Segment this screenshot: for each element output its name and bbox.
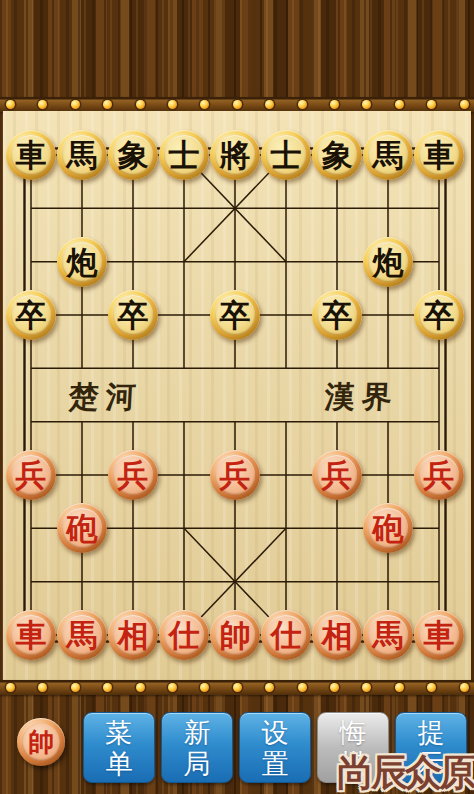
piece-red-仕[interactable]: 仕 xyxy=(261,610,311,660)
piece-glyph: 仕 xyxy=(271,610,302,660)
piece-black-馬[interactable]: 馬 xyxy=(57,130,107,180)
gold-stud xyxy=(265,683,274,692)
piece-red-車[interactable]: 車 xyxy=(414,610,464,660)
gold-stud xyxy=(362,100,371,109)
piece-red-馬[interactable]: 馬 xyxy=(363,610,413,660)
piece-black-士[interactable]: 士 xyxy=(261,130,311,180)
piece-red-帥[interactable]: 帥 xyxy=(210,610,260,660)
gold-stud xyxy=(38,683,47,692)
piece-black-炮[interactable]: 炮 xyxy=(363,237,413,287)
piece-black-將[interactable]: 將 xyxy=(210,130,260,180)
piece-glyph: 卒 xyxy=(322,290,353,340)
gold-stud xyxy=(71,100,80,109)
top-rail xyxy=(0,97,474,112)
piece-glyph: 將 xyxy=(220,130,251,180)
gold-stud xyxy=(200,683,209,692)
gold-stud xyxy=(136,100,145,109)
gold-stud xyxy=(427,683,436,692)
button-label-char: 悔 xyxy=(340,717,367,748)
gold-stud xyxy=(6,100,15,109)
gold-stud xyxy=(427,100,436,109)
piece-red-馬[interactable]: 馬 xyxy=(57,610,107,660)
piece-glyph: 象 xyxy=(118,130,149,180)
piece-black-馬[interactable]: 馬 xyxy=(363,130,413,180)
piece-glyph: 砲 xyxy=(67,503,98,553)
river-label-chu-he: 楚河 xyxy=(68,377,144,413)
gold-stud xyxy=(233,683,242,692)
piece-red-相[interactable]: 相 xyxy=(312,610,362,660)
button-new-game[interactable]: 新局 xyxy=(161,712,233,783)
gold-stud xyxy=(6,683,15,692)
piece-glyph: 車 xyxy=(424,130,455,180)
piece-glyph: 馬 xyxy=(67,130,98,180)
piece-black-車[interactable]: 車 xyxy=(414,130,464,180)
piece-red-仕[interactable]: 仕 xyxy=(159,610,209,660)
button-menu[interactable]: 菜单 xyxy=(83,712,155,783)
piece-red-相[interactable]: 相 xyxy=(108,610,158,660)
gold-stud xyxy=(38,100,47,109)
piece-black-象[interactable]: 象 xyxy=(108,130,158,180)
red-general-glyph: 帥 xyxy=(28,718,54,766)
gold-stud xyxy=(298,100,307,109)
gold-stud xyxy=(103,100,112,109)
red-general-icon: 帥 xyxy=(17,718,65,766)
xiangqi-board[interactable]: 楚河 漢界 車馬象士將士象馬車炮炮卒卒卒卒卒兵兵兵兵兵砲砲車馬相仕帥仕相馬車 xyxy=(3,111,471,681)
piece-glyph: 車 xyxy=(424,610,455,660)
piece-black-卒[interactable]: 卒 xyxy=(108,290,158,340)
gold-stud xyxy=(460,100,469,109)
piece-glyph: 相 xyxy=(322,610,353,660)
piece-black-象[interactable]: 象 xyxy=(312,130,362,180)
piece-glyph: 仕 xyxy=(169,610,200,660)
gold-stud xyxy=(265,100,274,109)
piece-black-卒[interactable]: 卒 xyxy=(6,290,56,340)
piece-glyph: 兵 xyxy=(322,450,353,500)
piece-red-兵[interactable]: 兵 xyxy=(312,450,362,500)
gold-stud xyxy=(362,683,371,692)
piece-black-士[interactable]: 士 xyxy=(159,130,209,180)
piece-red-兵[interactable]: 兵 xyxy=(108,450,158,500)
piece-glyph: 卒 xyxy=(220,290,251,340)
piece-glyph: 車 xyxy=(16,610,47,660)
piece-red-砲[interactable]: 砲 xyxy=(363,503,413,553)
piece-glyph: 兵 xyxy=(118,450,149,500)
piece-glyph: 象 xyxy=(322,130,353,180)
gold-stud xyxy=(200,100,209,109)
gold-stud xyxy=(233,100,242,109)
gold-stud xyxy=(168,683,177,692)
piece-glyph: 卒 xyxy=(424,290,455,340)
piece-glyph: 兵 xyxy=(424,450,455,500)
piece-black-炮[interactable]: 炮 xyxy=(57,237,107,287)
gold-stud xyxy=(71,683,80,692)
gold-stud xyxy=(168,100,177,109)
gold-stud xyxy=(330,100,339,109)
piece-glyph: 炮 xyxy=(67,237,98,287)
piece-red-兵[interactable]: 兵 xyxy=(6,450,56,500)
piece-glyph: 車 xyxy=(16,130,47,180)
piece-red-兵[interactable]: 兵 xyxy=(210,450,260,500)
piece-black-卒[interactable]: 卒 xyxy=(312,290,362,340)
piece-glyph: 兵 xyxy=(220,450,251,500)
piece-glyph: 士 xyxy=(169,130,200,180)
watermark: 尚辰众原 xyxy=(337,748,473,794)
bottom-rail xyxy=(0,680,474,695)
button-label-char: 提 xyxy=(418,717,445,748)
piece-glyph: 相 xyxy=(118,610,149,660)
piece-glyph: 卒 xyxy=(118,290,149,340)
gold-stud xyxy=(136,683,145,692)
piece-red-兵[interactable]: 兵 xyxy=(414,450,464,500)
piece-glyph: 帥 xyxy=(220,610,251,660)
button-label-char: 设 xyxy=(262,717,289,748)
piece-glyph: 馬 xyxy=(67,610,98,660)
xiangqi-app: 楚河 漢界 車馬象士將士象馬車炮炮卒卒卒卒卒兵兵兵兵兵砲砲車馬相仕帥仕相馬車 帥… xyxy=(0,0,474,794)
button-label-char: 单 xyxy=(106,748,133,779)
gold-stud xyxy=(330,683,339,692)
piece-glyph: 士 xyxy=(271,130,302,180)
piece-glyph: 馬 xyxy=(373,130,404,180)
piece-glyph: 炮 xyxy=(373,237,404,287)
button-label-char: 新 xyxy=(184,717,211,748)
button-label-char: 局 xyxy=(184,748,211,779)
gold-stud xyxy=(298,683,307,692)
piece-black-卒[interactable]: 卒 xyxy=(414,290,464,340)
piece-black-卒[interactable]: 卒 xyxy=(210,290,260,340)
gold-stud xyxy=(103,683,112,692)
piece-glyph: 砲 xyxy=(373,503,404,553)
piece-glyph: 卒 xyxy=(16,290,47,340)
gold-stud xyxy=(460,683,469,692)
button-label-char: 菜 xyxy=(106,717,133,748)
gold-stud xyxy=(395,100,404,109)
piece-glyph: 馬 xyxy=(373,610,404,660)
piece-black-車[interactable]: 車 xyxy=(6,130,56,180)
river-label-han-jie: 漢界 xyxy=(324,377,400,413)
button-settings[interactable]: 设置 xyxy=(239,712,311,783)
piece-red-車[interactable]: 車 xyxy=(6,610,56,660)
piece-glyph: 兵 xyxy=(16,450,47,500)
button-label-char: 置 xyxy=(262,748,289,779)
gold-stud xyxy=(395,683,404,692)
piece-red-砲[interactable]: 砲 xyxy=(57,503,107,553)
